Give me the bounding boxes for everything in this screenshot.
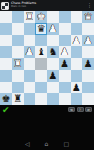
square-b5[interactable] (12, 46, 24, 58)
square-h8[interactable]: ♛ (82, 11, 94, 23)
square-d5[interactable]: ♝ (35, 46, 47, 58)
square-b7[interactable] (12, 23, 24, 35)
square-f3[interactable] (59, 70, 71, 82)
square-a5[interactable] (0, 46, 12, 58)
home-icon[interactable]: ⌂ (45, 141, 49, 147)
square-d2[interactable] (35, 82, 47, 94)
black-b-piece: ♝ (37, 46, 46, 58)
black-q-piece: ♛ (37, 23, 46, 35)
square-b2[interactable] (12, 82, 24, 94)
app-icon (1, 2, 9, 10)
black-p-piece: ♟ (60, 58, 69, 70)
square-d6[interactable] (35, 35, 47, 47)
hint-button[interactable]: ? (77, 107, 84, 112)
square-g8[interactable] (71, 11, 83, 23)
square-c1[interactable] (24, 93, 36, 105)
square-a7[interactable] (0, 23, 12, 35)
square-e6[interactable] (47, 35, 59, 47)
white-p-piece: ♟ (72, 35, 81, 47)
square-h1[interactable] (82, 93, 94, 105)
black-p-piece: ♟ (48, 70, 57, 82)
square-c5[interactable]: ♟ (24, 46, 36, 58)
square-c3[interactable] (24, 70, 36, 82)
square-f4[interactable]: ♟ (59, 58, 71, 70)
black-p-piece: ♟ (84, 58, 93, 70)
square-f1[interactable] (59, 93, 71, 105)
square-g5[interactable] (71, 46, 83, 58)
square-c6[interactable] (24, 35, 36, 47)
square-f7[interactable] (59, 23, 71, 35)
square-h7[interactable] (82, 23, 94, 35)
square-e5[interactable]: ♞ (47, 46, 59, 58)
white-k-piece: ♚ (37, 11, 46, 23)
square-a3[interactable] (0, 70, 12, 82)
square-d7[interactable]: ♛ (35, 23, 47, 35)
square-g4[interactable] (71, 58, 83, 70)
square-e1[interactable] (47, 93, 59, 105)
square-b6[interactable] (12, 35, 24, 47)
black-r-piece: ♜ (13, 93, 22, 105)
square-h3[interactable] (82, 70, 94, 82)
square-c4[interactable] (24, 58, 36, 70)
white-r-piece: ♜ (13, 58, 22, 70)
square-b1[interactable]: ♜ (12, 93, 24, 105)
square-b4[interactable]: ♜ (12, 58, 24, 70)
android-nav-bar: ◁⌂▢ (0, 138, 94, 150)
prev-button[interactable]: ≪ (68, 107, 75, 112)
overflow-menu-icon[interactable]: ⋮ (86, 0, 93, 11)
square-e7[interactable]: ♟ (47, 23, 59, 35)
square-f8[interactable] (59, 11, 71, 23)
square-e3[interactable]: ♟ (47, 70, 59, 82)
white-p-piece: ♟ (48, 23, 57, 35)
recents-icon[interactable]: ▢ (63, 141, 69, 147)
square-f5[interactable]: ♟ (59, 46, 71, 58)
chess-board[interactable]: ♜♚♛♛♟♟♟♟♝♞♟♜♟♟♟♟♚♜ (0, 11, 94, 105)
square-e4[interactable] (47, 58, 59, 70)
back-icon[interactable]: ◁ (25, 141, 30, 147)
square-g2[interactable]: ♟ (71, 82, 83, 94)
square-g1[interactable] (71, 93, 83, 105)
next-button[interactable]: ≫ (85, 107, 92, 112)
square-a8[interactable] (0, 11, 12, 23)
square-f2[interactable] (59, 82, 71, 94)
square-c8[interactable]: ♜ (24, 11, 36, 23)
square-d1[interactable] (35, 93, 47, 105)
square-a2[interactable] (0, 82, 12, 94)
action-bar: Chess Problems Mate in two ⋮ (0, 0, 94, 11)
square-h4[interactable]: ♟ (82, 58, 94, 70)
square-g3[interactable] (71, 70, 83, 82)
square-d8[interactable]: ♚ (35, 11, 47, 23)
square-a1[interactable]: ♚ (0, 93, 12, 105)
white-p-piece: ♟ (25, 46, 34, 58)
square-h6[interactable]: ♟ (82, 35, 94, 47)
square-e8[interactable] (47, 11, 59, 23)
white-q-piece: ♛ (84, 11, 93, 23)
black-p-piece: ♟ (72, 82, 81, 94)
correct-check-icon: ✔ (2, 106, 10, 115)
square-d4[interactable] (35, 58, 47, 70)
square-h5[interactable] (82, 46, 94, 58)
square-g7[interactable] (71, 23, 83, 35)
square-g6[interactable]: ♟ (71, 35, 83, 47)
square-f6[interactable] (59, 35, 71, 47)
title-block: Chess Problems Mate in two (11, 2, 36, 8)
square-e2[interactable] (47, 82, 59, 94)
puzzle-controls: ≪?≫ (67, 107, 93, 112)
square-c2[interactable] (24, 82, 36, 94)
black-n-piece: ♞ (48, 46, 57, 58)
square-a4[interactable] (0, 58, 12, 70)
square-d3[interactable] (35, 70, 47, 82)
square-c7[interactable] (24, 23, 36, 35)
square-h2[interactable] (82, 82, 94, 94)
white-r-piece: ♜ (25, 11, 34, 23)
square-b3[interactable] (12, 70, 24, 82)
square-a6[interactable] (0, 35, 12, 47)
white-p-piece: ♟ (60, 46, 69, 58)
app-subtitle: Mate in two (11, 6, 36, 9)
black-k-piece: ♚ (1, 93, 10, 105)
bottom-panel: ✔ ≪?≫ ◁⌂▢ (0, 105, 94, 150)
white-p-piece: ♟ (84, 35, 93, 47)
square-b8[interactable] (12, 11, 24, 23)
